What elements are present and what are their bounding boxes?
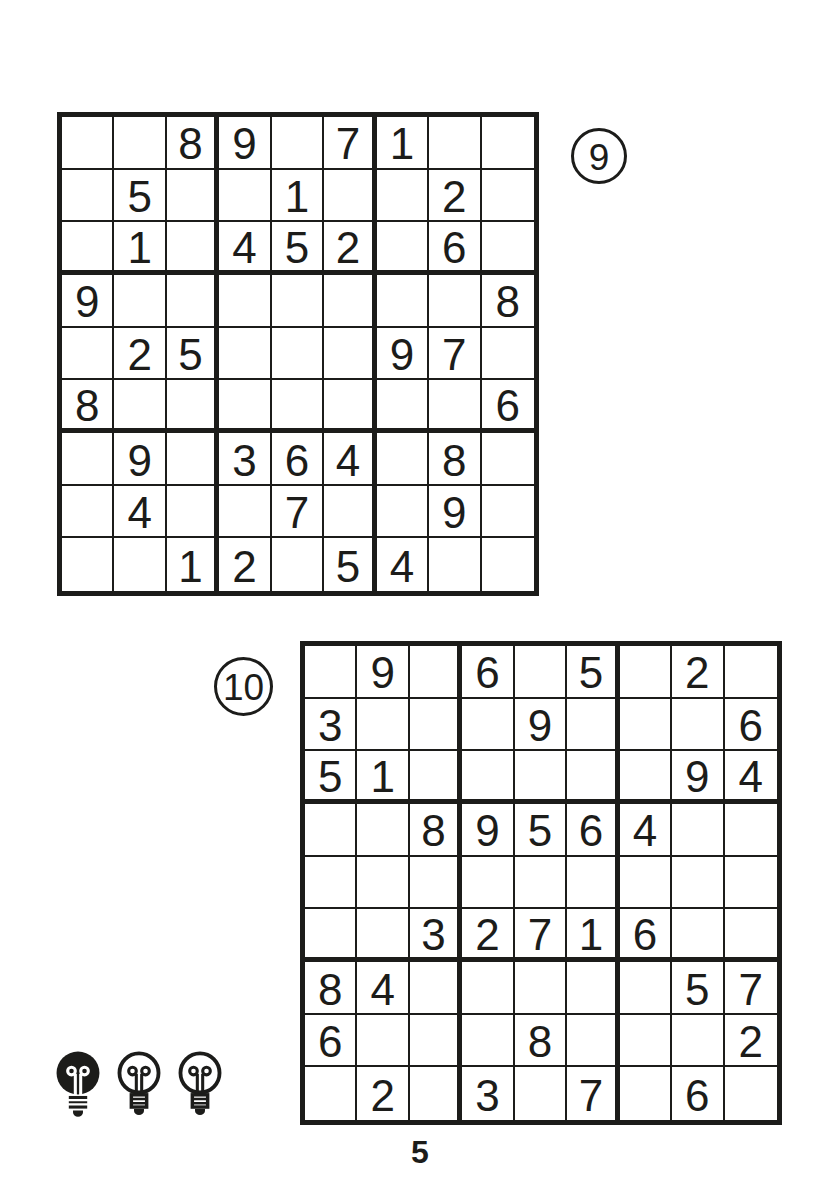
puzzle-9-cell-r3c5[interactable]: 5 bbox=[272, 222, 324, 275]
puzzle-10-cell-r7c4[interactable] bbox=[462, 962, 514, 1015]
puzzle-10-cell-r2c8[interactable] bbox=[672, 699, 724, 752]
puzzle-10-cell-r6c7[interactable]: 6 bbox=[620, 909, 672, 962]
puzzle-9-cell-r4c8[interactable] bbox=[429, 275, 481, 328]
lightbulb-outline-icon bbox=[116, 1050, 162, 1122]
puzzle-9-cell-r6c4[interactable] bbox=[219, 380, 271, 433]
puzzle-9-cell-r1c7[interactable]: 1 bbox=[377, 117, 429, 170]
puzzle-10-cell-r8c9[interactable]: 2 bbox=[725, 1015, 777, 1068]
sudoku-grid-9: 89715121452698259786936484791254 bbox=[57, 112, 539, 596]
puzzle-9-cell-r7c5[interactable]: 6 bbox=[272, 433, 324, 486]
puzzle-9-cell-r7c4[interactable]: 3 bbox=[219, 433, 271, 486]
puzzle-9-cell-r3c6[interactable]: 2 bbox=[324, 222, 376, 275]
puzzle-9-cell-r8c3[interactable] bbox=[167, 486, 219, 539]
difficulty-indicator bbox=[55, 1050, 223, 1122]
puzzle-9-cell-r4c4[interactable] bbox=[219, 275, 271, 328]
puzzle-9-cell-r4c7[interactable] bbox=[377, 275, 429, 328]
puzzle-9-cell-r2c9[interactable] bbox=[482, 170, 534, 223]
puzzle-10-cell-r8c2[interactable] bbox=[357, 1015, 409, 1068]
puzzle-10-cell-r8c4[interactable] bbox=[462, 1015, 514, 1068]
puzzle-9-cell-r3c1[interactable] bbox=[62, 222, 114, 275]
puzzle-9-cell-r7c2[interactable]: 9 bbox=[114, 433, 166, 486]
puzzle-9-cell-r8c7[interactable] bbox=[377, 486, 429, 539]
puzzle-10-cell-r8c3[interactable] bbox=[410, 1015, 462, 1068]
lightbulb-filled-icon bbox=[55, 1050, 101, 1122]
puzzle-9-cell-r7c7[interactable] bbox=[377, 433, 429, 486]
puzzle-9-cell-r2c4[interactable] bbox=[219, 170, 271, 223]
puzzle-10-cell-r1c5[interactable] bbox=[515, 646, 567, 699]
puzzle-9-cell-r8c1[interactable] bbox=[62, 486, 114, 539]
puzzle-10-cell-r7c7[interactable] bbox=[620, 962, 672, 1015]
puzzle-10-cell-r3c5[interactable] bbox=[515, 751, 567, 804]
puzzle-10-cell-r6c8[interactable] bbox=[672, 909, 724, 962]
puzzle-10-cell-r1c3[interactable] bbox=[410, 646, 462, 699]
puzzle-9-cell-r1c9[interactable] bbox=[482, 117, 534, 170]
puzzle-9-cell-r5c6[interactable] bbox=[324, 328, 376, 381]
puzzle-10-cell-r1c6[interactable]: 5 bbox=[567, 646, 619, 699]
puzzle-9-cell-r2c6[interactable] bbox=[324, 170, 376, 223]
puzzle-9-cell-r8c2[interactable]: 4 bbox=[114, 486, 166, 539]
puzzle-9-cell-r1c5[interactable] bbox=[272, 117, 324, 170]
puzzle-9-cell-r2c8[interactable]: 2 bbox=[429, 170, 481, 223]
puzzle-10-cell-r3c4[interactable] bbox=[462, 751, 514, 804]
puzzle-10-cell-r3c8[interactable]: 9 bbox=[672, 751, 724, 804]
puzzle-10-cell-r6c4[interactable]: 2 bbox=[462, 909, 514, 962]
puzzle-10-cell-r8c8[interactable] bbox=[672, 1015, 724, 1068]
puzzle-10-cell-r7c3[interactable] bbox=[410, 962, 462, 1015]
puzzle-9-cell-r4c9[interactable]: 8 bbox=[482, 275, 534, 328]
puzzle-10-cell-r2c6[interactable] bbox=[567, 699, 619, 752]
puzzle-10-cell-r5c7[interactable] bbox=[620, 857, 672, 910]
puzzle-10-cell-r5c3[interactable] bbox=[410, 857, 462, 910]
page-number: 5 bbox=[0, 1134, 840, 1171]
puzzle-9-cell-r8c9[interactable] bbox=[482, 486, 534, 539]
puzzle-9-cell-r9c4[interactable]: 2 bbox=[219, 538, 271, 591]
puzzle-10-cell-r4c9[interactable] bbox=[725, 804, 777, 857]
puzzle-9-cell-r1c6[interactable]: 7 bbox=[324, 117, 376, 170]
puzzle-9-cell-r4c5[interactable] bbox=[272, 275, 324, 328]
puzzle-9-cell-r9c2[interactable] bbox=[114, 538, 166, 591]
puzzle-9-cell-r2c3[interactable] bbox=[167, 170, 219, 223]
puzzle-10-cell-r3c9[interactable]: 4 bbox=[725, 751, 777, 804]
puzzle-10-cell-r7c5[interactable] bbox=[515, 962, 567, 1015]
puzzle-10-cell-r4c8[interactable] bbox=[672, 804, 724, 857]
puzzle-10-cell-r4c6[interactable]: 6 bbox=[567, 804, 619, 857]
puzzle-10-label-text: 10 bbox=[223, 669, 264, 706]
puzzle-10-cell-r7c9[interactable]: 7 bbox=[725, 962, 777, 1015]
puzzle-10-cell-r4c1[interactable] bbox=[305, 804, 357, 857]
puzzle-10-cell-r9c3[interactable] bbox=[410, 1067, 462, 1120]
puzzle-10-cell-r2c2[interactable] bbox=[357, 699, 409, 752]
puzzle-10-cell-r6c6[interactable]: 1 bbox=[567, 909, 619, 962]
puzzle-9-cell-r6c3[interactable] bbox=[167, 380, 219, 433]
puzzle-10-cell-r1c1[interactable] bbox=[305, 646, 357, 699]
puzzle-9-label: 9 bbox=[571, 128, 627, 184]
puzzle-9-cell-r3c4[interactable]: 4 bbox=[219, 222, 271, 275]
puzzle-9-cell-r6c1[interactable]: 8 bbox=[62, 380, 114, 433]
puzzle-9-cell-r9c1[interactable] bbox=[62, 538, 114, 591]
puzzle-10-cell-r4c3[interactable]: 8 bbox=[410, 804, 462, 857]
puzzle-10-cell-r6c1[interactable] bbox=[305, 909, 357, 962]
puzzle-9-cell-r3c2[interactable]: 1 bbox=[114, 222, 166, 275]
puzzle-10-cell-r5c9[interactable] bbox=[725, 857, 777, 910]
puzzle-9-cell-r5c9[interactable] bbox=[482, 328, 534, 381]
puzzle-10-cell-r7c6[interactable] bbox=[567, 962, 619, 1015]
puzzle-10-cell-r2c7[interactable] bbox=[620, 699, 672, 752]
puzzle-9-cell-r6c6[interactable] bbox=[324, 380, 376, 433]
puzzle-9-cell-r5c3[interactable]: 5 bbox=[167, 328, 219, 381]
puzzle-9-cell-r1c8[interactable] bbox=[429, 117, 481, 170]
puzzle-10-cell-r3c7[interactable] bbox=[620, 751, 672, 804]
puzzle-9-cell-r9c7[interactable]: 4 bbox=[377, 538, 429, 591]
puzzle-9-cell-r5c7[interactable]: 9 bbox=[377, 328, 429, 381]
puzzle-10-cell-r9c4[interactable]: 3 bbox=[462, 1067, 514, 1120]
puzzle-9-cell-r7c1[interactable] bbox=[62, 433, 114, 486]
puzzle-10-cell-r9c5[interactable] bbox=[515, 1067, 567, 1120]
puzzle-9-cell-r5c8[interactable]: 7 bbox=[429, 328, 481, 381]
puzzle-9-cell-r8c5[interactable]: 7 bbox=[272, 486, 324, 539]
puzzle-9-cell-r7c6[interactable]: 4 bbox=[324, 433, 376, 486]
puzzle-10-cell-r3c2[interactable]: 1 bbox=[357, 751, 409, 804]
lightbulb-outline-icon bbox=[177, 1050, 223, 1122]
puzzle-9-cell-r2c5[interactable]: 1 bbox=[272, 170, 324, 223]
puzzle-10-cell-r3c6[interactable] bbox=[567, 751, 619, 804]
puzzle-10-cell-r9c6[interactable]: 7 bbox=[567, 1067, 619, 1120]
puzzle-9-cell-r5c4[interactable] bbox=[219, 328, 271, 381]
puzzle-10-cell-r4c5[interactable]: 5 bbox=[515, 804, 567, 857]
puzzle-10-cell-r5c6[interactable] bbox=[567, 857, 619, 910]
puzzle-9-cell-r3c7[interactable] bbox=[377, 222, 429, 275]
puzzle-10-cell-r7c1[interactable]: 8 bbox=[305, 962, 357, 1015]
puzzle-10-cell-r7c8[interactable]: 5 bbox=[672, 962, 724, 1015]
puzzle-10-cell-r1c2[interactable]: 9 bbox=[357, 646, 409, 699]
puzzle-10-cell-r5c2[interactable] bbox=[357, 857, 409, 910]
puzzle-10-cell-r6c3[interactable]: 3 bbox=[410, 909, 462, 962]
puzzle-9-cell-r5c5[interactable] bbox=[272, 328, 324, 381]
puzzle-10-cell-r5c5[interactable] bbox=[515, 857, 567, 910]
puzzle-9-cell-r3c8[interactable]: 6 bbox=[429, 222, 481, 275]
puzzle-9-cell-r6c7[interactable] bbox=[377, 380, 429, 433]
puzzle-10-cell-r4c2[interactable] bbox=[357, 804, 409, 857]
puzzle-10-label: 10 bbox=[214, 657, 273, 716]
puzzle-9-cell-r9c8[interactable] bbox=[429, 538, 481, 591]
puzzle-9-cell-r9c9[interactable] bbox=[482, 538, 534, 591]
puzzle-10-cell-r5c4[interactable] bbox=[462, 857, 514, 910]
puzzle-9-cell-r6c2[interactable] bbox=[114, 380, 166, 433]
puzzle-10-cell-r9c1[interactable] bbox=[305, 1067, 357, 1120]
puzzle-10-cell-r8c1[interactable]: 6 bbox=[305, 1015, 357, 1068]
puzzle-9-cell-r7c8[interactable]: 8 bbox=[429, 433, 481, 486]
puzzle-10-cell-r3c3[interactable] bbox=[410, 751, 462, 804]
puzzle-9-cell-r6c5[interactable] bbox=[272, 380, 324, 433]
puzzle-10-cell-r3c1[interactable]: 5 bbox=[305, 751, 357, 804]
puzzle-9-cell-r8c8[interactable]: 9 bbox=[429, 486, 481, 539]
puzzle-10-cell-r4c4[interactable]: 9 bbox=[462, 804, 514, 857]
puzzle-9-cell-r2c1[interactable] bbox=[62, 170, 114, 223]
puzzle-9-cell-r2c7[interactable] bbox=[377, 170, 429, 223]
puzzle-9-cell-r6c9[interactable]: 6 bbox=[482, 380, 534, 433]
puzzle-9-cell-r6c8[interactable] bbox=[429, 380, 481, 433]
puzzle-10-cell-r9c2[interactable]: 2 bbox=[357, 1067, 409, 1120]
puzzle-10-cell-r9c7[interactable] bbox=[620, 1067, 672, 1120]
puzzle-10-cell-r1c7[interactable] bbox=[620, 646, 672, 699]
puzzle-9-cell-r5c2[interactable]: 2 bbox=[114, 328, 166, 381]
puzzle-9-cell-r9c6[interactable]: 5 bbox=[324, 538, 376, 591]
puzzle-9-cell-r9c5[interactable] bbox=[272, 538, 324, 591]
puzzle-9-cell-r9c3[interactable]: 1 bbox=[167, 538, 219, 591]
puzzle-10-cell-r5c1[interactable] bbox=[305, 857, 357, 910]
puzzle-9-cell-r8c6[interactable] bbox=[324, 486, 376, 539]
puzzle-9-cell-r1c2[interactable] bbox=[114, 117, 166, 170]
puzzle-10-cell-r5c8[interactable] bbox=[672, 857, 724, 910]
puzzle-9-cell-r1c1[interactable] bbox=[62, 117, 114, 170]
puzzle-10-cell-r4c7[interactable]: 4 bbox=[620, 804, 672, 857]
puzzle-9-cell-r1c4[interactable]: 9 bbox=[219, 117, 271, 170]
puzzle-9-cell-r3c3[interactable] bbox=[167, 222, 219, 275]
puzzle-10-cell-r8c7[interactable] bbox=[620, 1015, 672, 1068]
puzzle-9-cell-r1c3[interactable]: 8 bbox=[167, 117, 219, 170]
puzzle-10-cell-r9c9[interactable] bbox=[725, 1067, 777, 1120]
puzzle-9-cell-r3c9[interactable] bbox=[482, 222, 534, 275]
puzzle-10-cell-r2c1[interactable]: 3 bbox=[305, 699, 357, 752]
puzzle-10-cell-r6c9[interactable] bbox=[725, 909, 777, 962]
puzzle-10-cell-r6c2[interactable] bbox=[357, 909, 409, 962]
puzzle-9-label-text: 9 bbox=[589, 139, 610, 176]
puzzle-10-cell-r6c5[interactable]: 7 bbox=[515, 909, 567, 962]
puzzle-10-cell-r2c4[interactable] bbox=[462, 699, 514, 752]
puzzle-10-cell-r2c9[interactable]: 6 bbox=[725, 699, 777, 752]
puzzle-10-cell-r1c4[interactable]: 6 bbox=[462, 646, 514, 699]
page: 9 89715121452698259786936484791254 10 96… bbox=[0, 0, 840, 1190]
puzzle-9-cell-r4c3[interactable] bbox=[167, 275, 219, 328]
puzzle-9-cell-r4c2[interactable] bbox=[114, 275, 166, 328]
puzzle-10-cell-r1c8[interactable]: 2 bbox=[672, 646, 724, 699]
puzzle-10-cell-r8c6[interactable] bbox=[567, 1015, 619, 1068]
puzzle-10-cell-r2c3[interactable] bbox=[410, 699, 462, 752]
puzzle-10-cell-r1c9[interactable] bbox=[725, 646, 777, 699]
puzzle-9-cell-r7c9[interactable] bbox=[482, 433, 534, 486]
puzzle-9-cell-r8c4[interactable] bbox=[219, 486, 271, 539]
puzzle-10-cell-r7c2[interactable]: 4 bbox=[357, 962, 409, 1015]
sudoku-grid-10: 96523965194895643271684576822376 bbox=[300, 641, 782, 1125]
puzzle-10-cell-r8c5[interactable]: 8 bbox=[515, 1015, 567, 1068]
puzzle-9-cell-r5c1[interactable] bbox=[62, 328, 114, 381]
puzzle-10-cell-r2c5[interactable]: 9 bbox=[515, 699, 567, 752]
puzzle-9-cell-r7c3[interactable] bbox=[167, 433, 219, 486]
puzzle-10-cell-r9c8[interactable]: 6 bbox=[672, 1067, 724, 1120]
puzzle-9-cell-r2c2[interactable]: 5 bbox=[114, 170, 166, 223]
puzzle-9-cell-r4c6[interactable] bbox=[324, 275, 376, 328]
puzzle-9-cell-r4c1[interactable]: 9 bbox=[62, 275, 114, 328]
